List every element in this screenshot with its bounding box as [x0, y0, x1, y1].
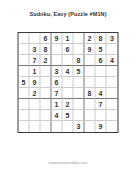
- sudoku-cell-r8c9: [107, 110, 118, 121]
- sudoku-cell-r8c7: [85, 110, 96, 121]
- sudoku-cell-r2c1: [19, 44, 30, 55]
- sudoku-cell-r9c3: [41, 121, 52, 132]
- sudoku-cell-r7c3: [41, 99, 52, 110]
- sudoku-cell-r8c1: [19, 110, 30, 121]
- sudoku-cell-r2c2: 3: [30, 44, 41, 55]
- sudoku-cell-r6c2: 2: [30, 88, 41, 99]
- sudoku-cell-r5c1: 5: [19, 77, 30, 88]
- sudoku-cell-r5c7: [85, 77, 96, 88]
- sudoku-cell-r5c2: 9: [30, 77, 41, 88]
- sudoku-cell-r6c9: [107, 88, 118, 99]
- sudoku-cell-r2c4: [52, 44, 63, 55]
- sudoku-cell-r5c4: 6: [52, 77, 63, 88]
- sudoku-cell-r6c1: [19, 88, 30, 99]
- sudoku-cell-r8c4: 4: [52, 110, 63, 121]
- sudoku-cell-r2c9: [107, 44, 118, 55]
- sudoku-cell-r7c1: [19, 99, 30, 110]
- sudoku-cell-r4c9: [107, 66, 118, 77]
- sudoku-cell-r8c8: [96, 110, 107, 121]
- footer-url: www.printmysudoku.com: [0, 161, 136, 165]
- sudoku-cell-r8c6: [74, 110, 85, 121]
- sudoku-cell-r7c9: [107, 99, 118, 110]
- sudoku-cell-r9c1: [19, 121, 30, 132]
- sudoku-cell-r1c1: [19, 33, 30, 44]
- sudoku-cell-r3c5: [63, 55, 74, 66]
- sudoku-cell-r3c2: 7: [30, 55, 41, 66]
- sudoku-cell-r1c8: 8: [96, 33, 107, 44]
- sudoku-cell-r7c4: 1: [52, 99, 63, 110]
- sudoku-cell-r3c4: [52, 55, 63, 66]
- sudoku-cell-r6c6: [74, 88, 85, 99]
- sudoku-cell-r1c7: 2: [85, 33, 96, 44]
- sudoku-page: Sudoku, Easy (Puzzle #M1N) 6912833869572…: [0, 0, 136, 176]
- sudoku-cell-r4c6: 5: [74, 66, 85, 77]
- sudoku-cell-r9c8: 9: [96, 121, 107, 132]
- sudoku-cell-r4c3: [41, 66, 52, 77]
- sudoku-cell-r6c8: 4: [96, 88, 107, 99]
- sudoku-cell-r6c7: 8: [85, 88, 96, 99]
- sudoku-cell-r2c3: 8: [41, 44, 52, 55]
- sudoku-cell-r6c5: [63, 88, 74, 99]
- sudoku-cell-r5c8: [96, 77, 107, 88]
- sudoku-cell-r7c2: [30, 99, 41, 110]
- sudoku-cell-r2c7: 9: [85, 44, 96, 55]
- sudoku-cell-r3c3: 2: [41, 55, 52, 66]
- sudoku-cell-r3c1: [19, 55, 30, 66]
- sudoku-cell-r5c3: [41, 77, 52, 88]
- sudoku-cell-r1c2: [30, 33, 41, 44]
- sudoku-cell-r9c2: [30, 121, 41, 132]
- sudoku-cell-r4c8: [96, 66, 107, 77]
- sudoku-cell-r4c2: 1: [30, 66, 41, 77]
- sudoku-cell-r7c8: 7: [96, 99, 107, 110]
- sudoku-cell-r6c3: [41, 88, 52, 99]
- sudoku-cell-r7c7: [85, 99, 96, 110]
- sudoku-cell-r7c6: [74, 99, 85, 110]
- sudoku-cell-r1c4: 9: [52, 33, 63, 44]
- sudoku-cell-r9c6: 3: [74, 121, 85, 132]
- sudoku-cell-r9c4: [52, 121, 63, 132]
- sudoku-cell-r4c7: [85, 66, 96, 77]
- sudoku-cell-r3c8: 6: [96, 55, 107, 66]
- sudoku-cell-r7c5: 2: [63, 99, 74, 110]
- sudoku-cell-r1c9: 3: [107, 33, 118, 44]
- sudoku-cell-r8c2: [30, 110, 41, 121]
- sudoku-cell-r4c4: 3: [52, 66, 63, 77]
- sudoku-cell-r3c7: [85, 55, 96, 66]
- sudoku-cell-r9c5: [63, 121, 74, 132]
- sudoku-cell-r5c6: [74, 77, 85, 88]
- sudoku-cell-r2c8: 5: [96, 44, 107, 55]
- sudoku-cell-r9c7: [85, 121, 96, 132]
- sudoku-cell-r8c3: [41, 110, 52, 121]
- sudoku-cell-r3c9: 4: [107, 55, 118, 66]
- puzzle-title: Sudoku, Easy (Puzzle #M1N): [0, 11, 136, 17]
- sudoku-cell-r2c6: [74, 44, 85, 55]
- sudoku-cell-r1c6: [74, 33, 85, 44]
- sudoku-cell-r5c9: [107, 77, 118, 88]
- sudoku-cell-r5c5: [63, 77, 74, 88]
- sudoku-cell-r2c5: 6: [63, 44, 74, 55]
- sudoku-cell-r1c3: 6: [41, 33, 52, 44]
- sudoku-cell-r6c4: 7: [52, 88, 63, 99]
- sudoku-board: 6912833869572864134559627841274539: [18, 32, 119, 133]
- sudoku-cell-r1c5: 1: [63, 33, 74, 44]
- sudoku-cell-r4c5: 4: [63, 66, 74, 77]
- sudoku-cell-r8c5: 5: [63, 110, 74, 121]
- sudoku-cell-r3c6: 8: [74, 55, 85, 66]
- sudoku-cell-r4c1: [19, 66, 30, 77]
- sudoku-cell-r9c9: [107, 121, 118, 132]
